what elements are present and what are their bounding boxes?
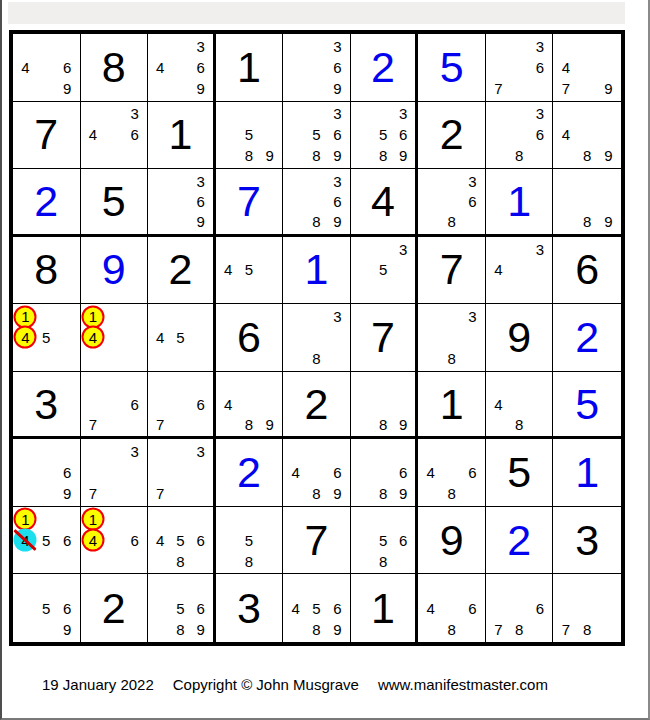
empty-candidate-slot xyxy=(577,191,598,211)
empty-candidate-slot xyxy=(420,483,441,504)
empty-candidate-slot xyxy=(462,576,483,597)
empty-candidate-slot xyxy=(103,394,124,414)
footer-copyright: Copyright © John Musgrave xyxy=(173,676,359,693)
empty-candidate-slot xyxy=(420,441,441,462)
solved-digit: 9 xyxy=(440,519,464,562)
candidate-6: 6 xyxy=(530,57,551,78)
empty-candidate-slot xyxy=(170,462,190,483)
cell-r8c4[interactable]: 58 xyxy=(216,507,284,575)
candidate-4: 4 xyxy=(555,57,576,78)
cell-r9c6[interactable]: 1 xyxy=(351,574,419,642)
empty-candidate-slot xyxy=(150,462,170,483)
candidate-7: 7 xyxy=(488,78,509,99)
empty-candidate-slot xyxy=(15,348,36,369)
empty-candidate-slot xyxy=(509,36,530,57)
cell-r4c1[interactable]: 8 xyxy=(13,237,81,305)
empty-candidate-slot xyxy=(124,306,145,327)
cell-r9c2[interactable]: 2 xyxy=(81,574,149,642)
candidate-4: 4 xyxy=(15,327,36,348)
candidate-8: 8 xyxy=(441,348,462,369)
candidate-8: 8 xyxy=(441,619,462,640)
empty-candidate-slot xyxy=(83,348,104,369)
empty-candidate-slot xyxy=(150,191,170,211)
cell-r6c5[interactable]: 2 xyxy=(283,372,351,440)
cell-r4c8[interactable]: 34 xyxy=(486,237,554,305)
candidate-3: 3 xyxy=(530,239,551,260)
empty-candidate-slot xyxy=(103,327,124,348)
solved-digit: 3 xyxy=(575,519,599,562)
cell-r7c8[interactable]: 5 xyxy=(486,439,554,507)
candidate-6: 6 xyxy=(57,57,78,78)
solved-digit: 9 xyxy=(507,316,531,359)
cell-r5c5[interactable]: 38 xyxy=(283,304,351,372)
cell-r4c4[interactable]: 45 xyxy=(216,237,284,305)
cell-r6c4[interactable]: 489 xyxy=(216,372,284,440)
candidate-9: 9 xyxy=(327,619,348,640)
solved-digit: 2 xyxy=(371,46,395,89)
empty-candidate-slot xyxy=(577,598,598,619)
empty-candidate-slot xyxy=(83,374,104,394)
empty-candidate-slot xyxy=(285,78,306,99)
cell-r1c3[interactable]: 3469 xyxy=(148,34,216,102)
candidate-4: 4 xyxy=(150,530,170,551)
candidate-4: 4 xyxy=(285,598,306,619)
candidate-5: 5 xyxy=(306,124,327,145)
empty-candidate-slot xyxy=(420,306,441,327)
empty-candidate-slot xyxy=(393,509,413,530)
candidate-8: 8 xyxy=(577,145,598,166)
empty-candidate-slot xyxy=(259,239,280,260)
empty-candidate-slot xyxy=(285,124,306,145)
empty-candidate-slot xyxy=(373,104,393,125)
candidate-6: 6 xyxy=(462,598,483,619)
cell-r4c2[interactable]: 9 xyxy=(81,237,149,305)
empty-candidate-slot xyxy=(488,280,509,301)
candidate-4: 4 xyxy=(285,462,306,483)
cell-r5c1[interactable]: 145 xyxy=(13,304,81,372)
solved-digit: 1 xyxy=(575,451,599,494)
cell-r3c1[interactable]: 2 xyxy=(13,169,81,237)
candidate-8: 8 xyxy=(577,619,598,640)
empty-candidate-slot xyxy=(353,374,373,394)
empty-candidate-slot xyxy=(285,171,306,191)
empty-candidate-slot xyxy=(462,211,483,231)
solved-digit: 2 xyxy=(575,316,599,359)
candidate-6: 6 xyxy=(393,124,413,145)
candidate-8: 8 xyxy=(441,211,462,231)
solved-digit: 6 xyxy=(575,248,599,291)
empty-candidate-slot xyxy=(83,104,104,125)
candidate-1: 1 xyxy=(15,306,36,327)
cell-r1c9[interactable]: 479 xyxy=(553,34,621,102)
candidate-3: 3 xyxy=(327,36,348,57)
cell-r6c3[interactable]: 67 xyxy=(148,372,216,440)
empty-candidate-slot xyxy=(150,576,170,597)
empty-candidate-slot xyxy=(488,104,509,125)
empty-candidate-slot xyxy=(150,348,170,369)
cell-r8c1[interactable]: 1456 xyxy=(13,507,81,575)
cell-r7c1[interactable]: 69 xyxy=(13,439,81,507)
empty-candidate-slot xyxy=(170,576,190,597)
candidate-8: 8 xyxy=(239,145,260,166)
empty-candidate-slot xyxy=(509,260,530,281)
candidate-3: 3 xyxy=(124,104,145,125)
empty-candidate-slot xyxy=(353,414,373,434)
candidate-3: 3 xyxy=(393,104,413,125)
solved-digit: 7 xyxy=(371,316,395,359)
cell-r9c8[interactable]: 678 xyxy=(486,574,554,642)
cell-r2c7[interactable]: 2 xyxy=(418,102,486,170)
cell-r5c8[interactable]: 9 xyxy=(486,304,554,372)
solved-digit: 6 xyxy=(237,316,261,359)
empty-candidate-slot xyxy=(462,619,483,640)
cell-r9c4[interactable]: 3 xyxy=(216,574,284,642)
empty-candidate-slot xyxy=(239,104,260,125)
empty-candidate-slot xyxy=(150,374,170,394)
empty-candidate-slot xyxy=(306,327,327,348)
cell-r8c9[interactable]: 3 xyxy=(553,507,621,575)
empty-candidate-slot xyxy=(218,530,239,551)
empty-candidate-slot xyxy=(509,124,530,145)
candidate-6: 6 xyxy=(190,191,210,211)
cell-r1c8[interactable]: 367 xyxy=(486,34,554,102)
empty-candidate-slot xyxy=(488,598,509,619)
empty-candidate-slot xyxy=(598,104,619,125)
candidate-8: 8 xyxy=(239,551,260,572)
empty-candidate-slot xyxy=(285,57,306,78)
empty-candidate-slot xyxy=(36,441,57,462)
candidate-3: 3 xyxy=(530,104,551,125)
cell-r5c9[interactable]: 2 xyxy=(553,304,621,372)
candidate-8: 8 xyxy=(306,211,327,231)
cell-r3c6[interactable]: 4 xyxy=(351,169,419,237)
candidate-1: 1 xyxy=(83,306,104,327)
empty-candidate-slot xyxy=(150,598,170,619)
cell-r2c4[interactable]: 589 xyxy=(216,102,284,170)
solved-digit: 1 xyxy=(371,587,395,630)
candidate-5: 5 xyxy=(306,598,327,619)
header-bar xyxy=(8,2,625,24)
empty-candidate-slot xyxy=(441,598,462,619)
solved-digit: 2 xyxy=(507,519,531,562)
cell-r7c9[interactable]: 1 xyxy=(553,439,621,507)
empty-candidate-slot xyxy=(306,57,327,78)
empty-candidate-slot xyxy=(509,78,530,99)
empty-candidate-slot xyxy=(36,57,57,78)
empty-candidate-slot xyxy=(190,462,210,483)
empty-candidate-slot xyxy=(170,483,190,504)
candidate-6: 6 xyxy=(327,124,348,145)
empty-candidate-slot xyxy=(353,104,373,125)
empty-candidate-slot xyxy=(170,374,190,394)
empty-candidate-slot xyxy=(509,576,530,597)
empty-candidate-slot xyxy=(555,576,576,597)
candidate-6: 6 xyxy=(327,462,348,483)
candidate-8: 8 xyxy=(373,551,393,572)
candidate-8: 8 xyxy=(170,619,190,640)
cell-r1c7[interactable]: 5 xyxy=(418,34,486,102)
candidate-5: 5 xyxy=(170,530,190,551)
empty-candidate-slot xyxy=(218,239,239,260)
candidate-5: 5 xyxy=(239,260,260,281)
cell-r2c8[interactable]: 368 xyxy=(486,102,554,170)
cell-r9c1[interactable]: 569 xyxy=(13,574,81,642)
cell-r9c7[interactable]: 468 xyxy=(418,574,486,642)
empty-candidate-slot xyxy=(103,145,124,166)
empty-candidate-slot xyxy=(190,509,210,530)
empty-candidate-slot xyxy=(57,327,78,348)
candidate-9: 9 xyxy=(393,145,413,166)
candidate-6: 6 xyxy=(57,598,78,619)
cell-r8c3[interactable]: 4568 xyxy=(148,507,216,575)
empty-candidate-slot xyxy=(441,462,462,483)
empty-candidate-slot xyxy=(57,551,78,572)
cell-r3c4[interactable]: 7 xyxy=(216,169,284,237)
candidate-9: 9 xyxy=(190,211,210,231)
empty-candidate-slot xyxy=(420,327,441,348)
empty-candidate-slot xyxy=(190,551,210,572)
cell-r2c3[interactable]: 1 xyxy=(148,102,216,170)
empty-candidate-slot xyxy=(577,576,598,597)
solved-digit: 1 xyxy=(237,46,261,89)
cell-r2c5[interactable]: 35689 xyxy=(283,102,351,170)
candidate-5: 5 xyxy=(373,124,393,145)
empty-candidate-slot xyxy=(170,394,190,414)
empty-candidate-slot xyxy=(124,462,145,483)
candidate-4: 4 xyxy=(420,462,441,483)
cell-r7c4[interactable]: 2 xyxy=(216,439,284,507)
cell-r5c4[interactable]: 6 xyxy=(216,304,284,372)
empty-candidate-slot xyxy=(441,441,462,462)
cell-r8c7[interactable]: 9 xyxy=(418,507,486,575)
empty-candidate-slot xyxy=(83,394,104,414)
cell-r4c7[interactable]: 7 xyxy=(418,237,486,305)
empty-candidate-slot xyxy=(15,576,36,597)
empty-candidate-slot xyxy=(555,145,576,166)
candidate-9: 9 xyxy=(598,78,619,99)
empty-candidate-slot xyxy=(598,576,619,597)
cell-r7c6[interactable]: 689 xyxy=(351,439,419,507)
empty-candidate-slot xyxy=(327,441,348,462)
cell-r6c6[interactable]: 89 xyxy=(351,372,419,440)
empty-candidate-slot xyxy=(353,509,373,530)
empty-candidate-slot xyxy=(36,483,57,504)
empty-candidate-slot xyxy=(306,36,327,57)
candidate-8: 8 xyxy=(306,483,327,504)
empty-candidate-slot xyxy=(259,509,280,530)
cell-r2c6[interactable]: 35689 xyxy=(351,102,419,170)
empty-candidate-slot xyxy=(239,239,260,260)
cell-r3c5[interactable]: 3689 xyxy=(283,169,351,237)
empty-candidate-slot xyxy=(15,483,36,504)
empty-candidate-slot xyxy=(83,551,104,572)
solved-digit: 7 xyxy=(305,519,329,562)
empty-candidate-slot xyxy=(530,260,551,281)
empty-candidate-slot xyxy=(598,619,619,640)
candidate-7: 7 xyxy=(150,483,170,504)
empty-candidate-slot xyxy=(598,57,619,78)
cell-r7c3[interactable]: 37 xyxy=(148,439,216,507)
empty-candidate-slot xyxy=(420,576,441,597)
empty-candidate-slot xyxy=(285,211,306,231)
empty-candidate-slot xyxy=(488,239,509,260)
cell-r8c8[interactable]: 2 xyxy=(486,507,554,575)
solved-digit: 5 xyxy=(440,46,464,89)
solved-digit: 2 xyxy=(102,587,126,630)
empty-candidate-slot xyxy=(420,619,441,640)
empty-candidate-slot xyxy=(170,306,190,327)
candidate-7: 7 xyxy=(555,78,576,99)
empty-candidate-slot xyxy=(577,36,598,57)
empty-candidate-slot xyxy=(441,171,462,191)
cell-r7c7[interactable]: 468 xyxy=(418,439,486,507)
empty-candidate-slot xyxy=(15,36,36,57)
candidate-5: 5 xyxy=(36,327,57,348)
candidate-6: 6 xyxy=(124,124,145,145)
cell-r6c9[interactable]: 5 xyxy=(553,372,621,440)
cell-r8c2[interactable]: 146 xyxy=(81,507,149,575)
empty-candidate-slot xyxy=(218,145,239,166)
cell-r9c9[interactable]: 78 xyxy=(553,574,621,642)
empty-candidate-slot xyxy=(285,327,306,348)
candidate-4: 4 xyxy=(420,598,441,619)
empty-candidate-slot xyxy=(577,104,598,125)
empty-candidate-slot xyxy=(239,280,260,301)
empty-candidate-slot xyxy=(218,414,239,434)
empty-candidate-slot xyxy=(170,36,190,57)
sudoku-grid: 4698346913692536747973461589356893568923… xyxy=(9,30,625,646)
empty-candidate-slot xyxy=(598,171,619,191)
candidate-4: 4 xyxy=(83,530,104,551)
cell-r4c5[interactable]: 1 xyxy=(283,237,351,305)
candidate-9: 9 xyxy=(598,145,619,166)
candidate-9: 9 xyxy=(190,619,210,640)
solved-digit: 1 xyxy=(507,180,531,223)
empty-candidate-slot xyxy=(124,348,145,369)
empty-candidate-slot xyxy=(190,306,210,327)
cell-r7c2[interactable]: 37 xyxy=(81,439,149,507)
empty-candidate-slot xyxy=(420,171,441,191)
cell-r2c1[interactable]: 7 xyxy=(13,102,81,170)
empty-candidate-slot xyxy=(124,327,145,348)
empty-candidate-slot xyxy=(509,104,530,125)
candidate-4: 4 xyxy=(218,394,239,414)
cell-r1c2[interactable]: 8 xyxy=(81,34,149,102)
empty-candidate-slot xyxy=(170,191,190,211)
cell-r4c6[interactable]: 35 xyxy=(351,237,419,305)
empty-candidate-slot xyxy=(353,145,373,166)
cell-r3c2[interactable]: 5 xyxy=(81,169,149,237)
cell-r6c8[interactable]: 48 xyxy=(486,372,554,440)
candidate-3: 3 xyxy=(393,239,413,260)
empty-candidate-slot xyxy=(306,306,327,327)
empty-candidate-slot xyxy=(36,36,57,57)
cell-r9c5[interactable]: 45689 xyxy=(283,574,351,642)
cell-r5c3[interactable]: 45 xyxy=(148,304,216,372)
empty-candidate-slot xyxy=(353,239,373,260)
empty-candidate-slot xyxy=(124,374,145,394)
empty-candidate-slot xyxy=(218,104,239,125)
empty-candidate-slot xyxy=(327,327,348,348)
candidate-8: 8 xyxy=(373,414,393,434)
cell-r3c7[interactable]: 368 xyxy=(418,169,486,237)
cell-r5c6[interactable]: 7 xyxy=(351,304,419,372)
cell-r1c5[interactable]: 369 xyxy=(283,34,351,102)
empty-candidate-slot xyxy=(103,483,124,504)
empty-candidate-slot xyxy=(462,441,483,462)
candidate-7: 7 xyxy=(83,414,104,434)
empty-candidate-slot xyxy=(530,619,551,640)
candidate-8: 8 xyxy=(170,551,190,572)
empty-candidate-slot xyxy=(488,374,509,394)
solved-digit: 2 xyxy=(440,113,464,156)
empty-candidate-slot xyxy=(420,191,441,211)
empty-candidate-slot xyxy=(488,576,509,597)
candidate-3: 3 xyxy=(190,171,210,191)
cell-r2c9[interactable]: 489 xyxy=(553,102,621,170)
candidate-9: 9 xyxy=(327,145,348,166)
cell-r6c2[interactable]: 67 xyxy=(81,372,149,440)
cell-r3c8[interactable]: 1 xyxy=(486,169,554,237)
candidate-5: 5 xyxy=(36,530,57,551)
cell-r1c6[interactable]: 2 xyxy=(351,34,419,102)
cell-r6c1[interactable]: 3 xyxy=(13,372,81,440)
empty-candidate-slot xyxy=(393,394,413,414)
empty-candidate-slot xyxy=(577,171,598,191)
empty-candidate-slot xyxy=(190,414,210,434)
candidate-5: 5 xyxy=(373,260,393,281)
cell-r8c6[interactable]: 568 xyxy=(351,507,419,575)
candidate-8: 8 xyxy=(306,348,327,369)
empty-candidate-slot xyxy=(83,441,104,462)
cell-r8c5[interactable]: 7 xyxy=(283,507,351,575)
candidate-6: 6 xyxy=(190,598,210,619)
cell-r7c5[interactable]: 4689 xyxy=(283,439,351,507)
empty-candidate-slot xyxy=(530,280,551,301)
empty-candidate-slot xyxy=(150,551,170,572)
empty-candidate-slot xyxy=(259,551,280,572)
cell-r2c2[interactable]: 346 xyxy=(81,102,149,170)
empty-candidate-slot xyxy=(353,483,373,504)
empty-candidate-slot xyxy=(488,57,509,78)
solved-digit: 2 xyxy=(168,248,192,291)
empty-candidate-slot xyxy=(170,57,190,78)
cell-r1c4[interactable]: 1 xyxy=(216,34,284,102)
cell-r3c3[interactable]: 369 xyxy=(148,169,216,237)
solved-digit: 7 xyxy=(440,248,464,291)
cell-r5c7[interactable]: 38 xyxy=(418,304,486,372)
candidate-7: 7 xyxy=(83,483,104,504)
cell-r5c2[interactable]: 14 xyxy=(81,304,149,372)
candidate-5: 5 xyxy=(239,124,260,145)
empty-candidate-slot xyxy=(259,280,280,301)
cell-r6c7[interactable]: 1 xyxy=(418,372,486,440)
cell-r4c3[interactable]: 2 xyxy=(148,237,216,305)
candidate-3: 3 xyxy=(190,36,210,57)
cell-r1c1[interactable]: 469 xyxy=(13,34,81,102)
empty-candidate-slot xyxy=(103,509,124,530)
empty-candidate-slot xyxy=(36,619,57,640)
solved-digit: 2 xyxy=(34,180,58,223)
candidate-6: 6 xyxy=(190,530,210,551)
cell-r3c9[interactable]: 89 xyxy=(553,169,621,237)
cell-r9c3[interactable]: 5689 xyxy=(148,574,216,642)
empty-candidate-slot xyxy=(36,551,57,572)
cell-r4c9[interactable]: 6 xyxy=(553,237,621,305)
candidate-3: 3 xyxy=(327,306,348,327)
empty-candidate-slot xyxy=(124,483,145,504)
solved-digit: 8 xyxy=(102,46,126,89)
